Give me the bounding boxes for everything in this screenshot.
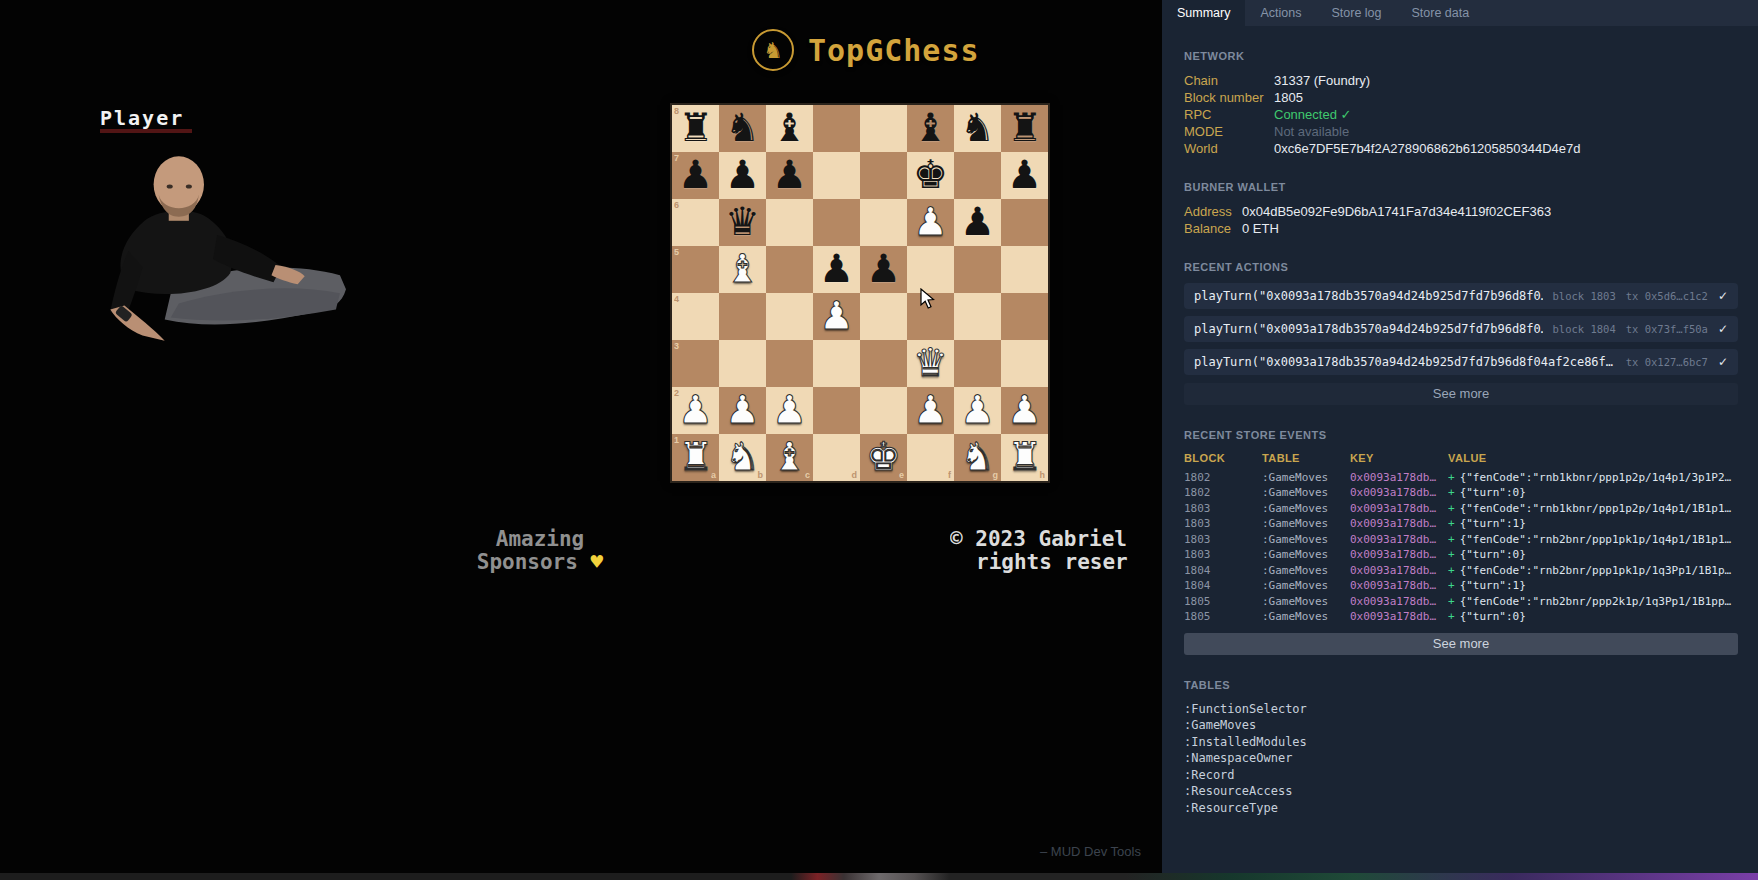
event-cell: 1805 <box>1184 609 1262 625</box>
square-h5[interactable] <box>1001 246 1048 293</box>
black-knight: ♞ <box>719 105 766 152</box>
file-label: f <box>948 470 951 480</box>
square-c6[interactable] <box>766 199 813 246</box>
check-icon: ✓ <box>1718 355 1728 369</box>
file-label: e <box>899 470 904 480</box>
video-progress-bar[interactable] <box>0 873 1758 880</box>
table-item-functionselector[interactable]: :FunctionSelector <box>1184 701 1738 718</box>
square-d5[interactable]: ♟ <box>813 246 860 293</box>
event-cell: +{"fenCode":"rnb2bnr/ppp1pk1p/1q4p1/1B1p… <box>1448 532 1738 548</box>
events-see-more-button[interactable]: See more <box>1184 633 1738 655</box>
event-cell: 0x0093a178db… <box>1350 501 1448 517</box>
square-a5[interactable]: 5 <box>672 246 719 293</box>
rank-label: 2 <box>674 388 679 398</box>
event-cell: +{"turn":1} <box>1448 578 1738 594</box>
app-window: ♞ TopGChess Player 8♜♞♝♝♞♜7♟♟♟♚♟6♛♟♟5♝♟♟… <box>0 0 1758 880</box>
actions-see-more-button[interactable]: See more <box>1184 383 1738 405</box>
square-c5[interactable] <box>766 246 813 293</box>
square-a2[interactable]: 2♟ <box>672 387 719 434</box>
file-label: h <box>1040 470 1046 480</box>
black-pawn: ♟ <box>1001 152 1048 199</box>
event-cell: :GameMoves <box>1262 485 1350 501</box>
sponsors-line2: Sponsors <box>477 550 578 574</box>
square-g3[interactable] <box>954 340 1001 387</box>
event-cell: +{"fenCode":"rnb1kbnr/ppp1p2p/1q4p1/1B1p… <box>1448 501 1738 517</box>
square-e5[interactable]: ♟ <box>860 246 907 293</box>
event-cell: +{"turn":1} <box>1448 516 1738 532</box>
square-f8[interactable]: ♝ <box>907 105 954 152</box>
square-e2[interactable] <box>860 387 907 434</box>
square-b3[interactable] <box>719 340 766 387</box>
square-a8[interactable]: 8♜ <box>672 105 719 152</box>
sponsors-text: Amazing Sponsors ♥ <box>430 528 650 574</box>
player-label: Player <box>100 106 184 130</box>
recent-actions-header: RECENT ACTIONS <box>1184 261 1738 273</box>
square-h7[interactable]: ♟ <box>1001 152 1048 199</box>
action-row[interactable]: playTurn("0x0093a178db3570a94d24b925d7fd… <box>1184 283 1738 309</box>
black-pawn: ♟ <box>860 246 907 293</box>
tables-section: TABLES :FunctionSelector:GameMoves:Insta… <box>1184 679 1738 817</box>
square-c7[interactable]: ♟ <box>766 152 813 199</box>
square-d2[interactable] <box>813 387 860 434</box>
square-f5[interactable] <box>907 246 954 293</box>
knight-logo-icon: ♞ <box>752 29 794 71</box>
event-cell: :GameMoves <box>1262 470 1350 486</box>
table-item-record[interactable]: :Record <box>1184 767 1738 784</box>
recent-actions-section: RECENT ACTIONS playTurn("0x0093a178db357… <box>1184 261 1738 405</box>
copyright-text: © 2023 Gabriel rights reser <box>950 528 1162 574</box>
event-cell: :GameMoves <box>1262 594 1350 610</box>
white-pawn: ♟ <box>719 387 766 434</box>
square-f1[interactable]: f <box>907 434 954 481</box>
square-d4[interactable]: ♟ <box>813 293 860 340</box>
event-cell: 0x0093a178db… <box>1350 609 1448 625</box>
square-b4[interactable] <box>719 293 766 340</box>
white-queen: ♛ <box>907 340 954 387</box>
black-rook: ♜ <box>672 105 719 152</box>
black-king: ♚ <box>907 152 954 199</box>
square-c8[interactable]: ♝ <box>766 105 813 152</box>
event-cell: +{"fenCode":"rnb1kbnr/ppp1p2p/1q4p1/3p1P… <box>1448 470 1738 486</box>
square-d3[interactable] <box>813 340 860 387</box>
event-cell: :GameMoves <box>1262 547 1350 563</box>
event-cell: 1803 <box>1184 516 1262 532</box>
heart-icon: ♥ <box>591 550 604 574</box>
square-a6[interactable]: 6 <box>672 199 719 246</box>
network-header: NETWORK <box>1184 50 1738 62</box>
black-rook: ♜ <box>1001 105 1048 152</box>
tables-header: TABLES <box>1184 679 1738 691</box>
square-e8[interactable] <box>860 105 907 152</box>
event-cell: 1803 <box>1184 501 1262 517</box>
square-c4[interactable] <box>766 293 813 340</box>
rank-label: 4 <box>674 294 679 304</box>
chess-board: 8♜♞♝♝♞♜7♟♟♟♚♟6♛♟♟5♝♟♟4♟3♛2♟♟♟♟♟♟1a♜b♞c♝d… <box>672 105 1048 481</box>
square-h2[interactable]: ♟ <box>1001 387 1048 434</box>
square-a3[interactable]: 3 <box>672 340 719 387</box>
black-pawn: ♟ <box>813 246 860 293</box>
square-h8[interactable]: ♜ <box>1001 105 1048 152</box>
square-b7[interactable]: ♟ <box>719 152 766 199</box>
white-pawn: ♟ <box>813 293 860 340</box>
square-e1[interactable]: e♚ <box>860 434 907 481</box>
rank-label: 3 <box>674 341 679 351</box>
rank-label: 1 <box>674 435 679 445</box>
square-g2[interactable]: ♟ <box>954 387 1001 434</box>
mud-devtools-panel: SummaryActionsStore logStore data NETWOR… <box>1162 0 1758 880</box>
event-cell: 1802 <box>1184 485 1262 501</box>
check-icon: ✓ <box>1718 289 1728 303</box>
square-d8[interactable] <box>813 105 860 152</box>
white-pawn: ♟ <box>1001 387 1048 434</box>
white-pawn: ♟ <box>907 199 954 246</box>
square-c3[interactable] <box>766 340 813 387</box>
event-cell: +{"turn":0} <box>1448 547 1738 563</box>
event-cell: :GameMoves <box>1262 609 1350 625</box>
white-pawn: ♟ <box>672 387 719 434</box>
events-column-header: VALUE <box>1448 451 1738 470</box>
square-h6[interactable] <box>1001 199 1048 246</box>
event-cell: +{"fenCode":"rnb2bnr/ppp2k1p/1q3Pp1/1B1p… <box>1448 594 1738 610</box>
event-cell: 0x0093a178db… <box>1350 578 1448 594</box>
info-row-mode: MODENot available <box>1184 123 1738 140</box>
square-a4[interactable]: 4 <box>672 293 719 340</box>
event-cell: :GameMoves <box>1262 501 1350 517</box>
action-row[interactable]: playTurn("0x0093a178db3570a94d24b925d7fd… <box>1184 349 1738 375</box>
square-f6[interactable]: ♟ <box>907 199 954 246</box>
player-underline <box>100 129 192 133</box>
event-cell: +{"fenCode":"rnb2bnr/ppp1pk1p/1q3Pp1/1B1… <box>1448 563 1738 579</box>
burner-wallet-section: BURNER WALLET Address0x04dB5e092Fe9D6bA1… <box>1184 181 1738 237</box>
event-cell: 0x0093a178db… <box>1350 485 1448 501</box>
file-label: d <box>852 470 858 480</box>
square-f2[interactable]: ♟ <box>907 387 954 434</box>
events-column-header: BLOCK <box>1184 451 1262 470</box>
event-cell: 0x0093a178db… <box>1350 470 1448 486</box>
white-pawn: ♟ <box>766 387 813 434</box>
info-row-block-number: Block number1805 <box>1184 89 1738 106</box>
square-f3[interactable]: ♛ <box>907 340 954 387</box>
copyright-line1: © 2023 Gabriel <box>950 528 1127 551</box>
event-cell: 1802 <box>1184 470 1262 486</box>
white-bishop: ♝ <box>719 246 766 293</box>
devtools-content: NETWORK Chain31337 (Foundry)Block number… <box>1162 26 1758 816</box>
square-h4[interactable] <box>1001 293 1048 340</box>
burner-wallet-header: BURNER WALLET <box>1184 181 1738 193</box>
events-column-header: KEY <box>1350 451 1448 470</box>
square-d7[interactable] <box>813 152 860 199</box>
tab-store-data[interactable]: Store data <box>1397 0 1485 26</box>
square-e6[interactable] <box>860 199 907 246</box>
white-pawn: ♟ <box>907 387 954 434</box>
network-section: NETWORK Chain31337 (Foundry)Block number… <box>1184 50 1738 157</box>
file-label: c <box>805 470 810 480</box>
events-column-header: TABLE <box>1262 451 1350 470</box>
black-queen: ♛ <box>719 199 766 246</box>
rank-label: 6 <box>674 200 679 210</box>
square-d6[interactable] <box>813 199 860 246</box>
event-cell: 1805 <box>1184 594 1262 610</box>
square-b8[interactable]: ♞ <box>719 105 766 152</box>
black-pawn: ♟ <box>766 152 813 199</box>
event-cell: :GameMoves <box>1262 578 1350 594</box>
black-pawn: ♟ <box>719 152 766 199</box>
event-cell: :GameMoves <box>1262 516 1350 532</box>
store-events-header: RECENT STORE EVENTS <box>1184 429 1738 441</box>
mouse-cursor <box>920 288 936 310</box>
copyright-line2: rights reser <box>950 551 1162 574</box>
square-g1[interactable]: g♞ <box>954 434 1001 481</box>
black-knight: ♞ <box>954 105 1001 152</box>
table-item-resourcetype[interactable]: :ResourceType <box>1184 800 1738 817</box>
square-e4[interactable] <box>860 293 907 340</box>
square-e3[interactable] <box>860 340 907 387</box>
table-item-installedmodules[interactable]: :InstalledModules <box>1184 734 1738 751</box>
info-row-world: World0xc6e7DF5E7b4f2A278906862b612058503… <box>1184 140 1738 157</box>
square-a7[interactable]: 7♟ <box>672 152 719 199</box>
check-icon: ✓ <box>1718 322 1728 336</box>
info-row-address: Address0x04dB5e092Fe9D6bA1741Fa7d34e4119… <box>1184 203 1738 220</box>
event-cell: 0x0093a178db… <box>1350 532 1448 548</box>
square-h3[interactable] <box>1001 340 1048 387</box>
square-f7[interactable]: ♚ <box>907 152 954 199</box>
square-b6[interactable]: ♛ <box>719 199 766 246</box>
app-logo: ♞ TopGChess <box>752 29 980 71</box>
event-cell: 0x0093a178db… <box>1350 547 1448 563</box>
store-events-section: RECENT STORE EVENTS BLOCKTABLEKEYVALUE18… <box>1184 429 1738 655</box>
event-cell: +{"turn":0} <box>1448 485 1738 501</box>
square-c1[interactable]: c♝ <box>766 434 813 481</box>
event-cell: :GameMoves <box>1262 563 1350 579</box>
event-cell: 0x0093a178db… <box>1350 563 1448 579</box>
player-photo <box>66 150 348 348</box>
mud-devtools-toggle[interactable]: – MUD Dev Tools <box>1040 844 1141 859</box>
info-row-balance: Balance0 ETH <box>1184 220 1738 237</box>
square-g6[interactable]: ♟ <box>954 199 1001 246</box>
rank-label: 8 <box>674 106 679 116</box>
devtools-tabbar: SummaryActionsStore logStore data <box>1162 0 1758 26</box>
file-label: b <box>758 470 764 480</box>
square-g7[interactable] <box>954 152 1001 199</box>
sponsors-line1: Amazing <box>430 528 650 551</box>
event-cell: 1804 <box>1184 563 1262 579</box>
square-a1[interactable]: 1a♜ <box>672 434 719 481</box>
rank-label: 5 <box>674 247 679 257</box>
white-pawn: ♟ <box>954 387 1001 434</box>
info-row-chain: Chain31337 (Foundry) <box>1184 72 1738 89</box>
square-e7[interactable] <box>860 152 907 199</box>
event-cell: 0x0093a178db… <box>1350 516 1448 532</box>
event-cell: 1803 <box>1184 532 1262 548</box>
action-row[interactable]: playTurn("0x0093a178db3570a94d24b925d7fd… <box>1184 316 1738 342</box>
app-title: TopGChess <box>808 33 980 68</box>
black-bishop: ♝ <box>766 105 813 152</box>
square-b2[interactable]: ♟ <box>719 387 766 434</box>
event-cell: :GameMoves <box>1262 532 1350 548</box>
event-cell: 1803 <box>1184 547 1262 563</box>
tab-store-log[interactable]: Store log <box>1316 0 1396 26</box>
square-g4[interactable] <box>954 293 1001 340</box>
tab-actions[interactable]: Actions <box>1245 0 1316 26</box>
event-cell: 1804 <box>1184 578 1262 594</box>
square-b5[interactable]: ♝ <box>719 246 766 293</box>
square-b1[interactable]: b♞ <box>719 434 766 481</box>
black-pawn: ♟ <box>672 152 719 199</box>
square-c2[interactable]: ♟ <box>766 387 813 434</box>
event-cell: +{"turn":0} <box>1448 609 1738 625</box>
rank-label: 7 <box>674 153 679 163</box>
info-row-rpc: RPCConnected ✓ <box>1184 106 1738 123</box>
file-label: g <box>993 470 999 480</box>
tab-summary[interactable]: Summary <box>1162 0 1245 26</box>
square-d1[interactable]: d <box>813 434 860 481</box>
event-cell: 0x0093a178db… <box>1350 594 1448 610</box>
black-bishop: ♝ <box>907 105 954 152</box>
file-label: a <box>711 470 716 480</box>
table-item-resourceaccess[interactable]: :ResourceAccess <box>1184 783 1738 800</box>
black-pawn: ♟ <box>954 199 1001 246</box>
square-g5[interactable] <box>954 246 1001 293</box>
square-g8[interactable]: ♞ <box>954 105 1001 152</box>
table-item-namespaceowner[interactable]: :NamespaceOwner <box>1184 750 1738 767</box>
square-h1[interactable]: h♜ <box>1001 434 1048 481</box>
table-item-gamemoves[interactable]: :GameMoves <box>1184 717 1738 734</box>
